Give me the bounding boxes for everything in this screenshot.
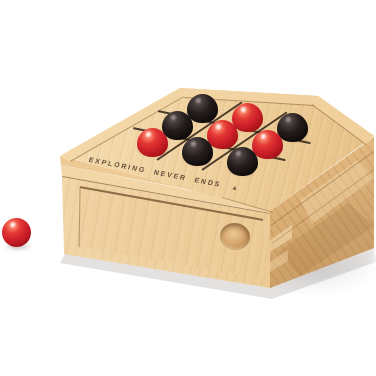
product-photo: EXPLORING NEVER ENDS ▲ [0,0,376,376]
ball-black[interactable] [227,147,258,176]
ball-red[interactable] [137,128,168,157]
ball-black[interactable] [162,111,193,140]
ball-black[interactable] [182,137,213,166]
loose-ball-red[interactable] [2,218,31,247]
ball-black[interactable] [187,94,218,123]
ball-black[interactable] [277,113,308,142]
ball-red[interactable] [252,130,283,159]
mountain-arrow-icon: ▲ [231,183,239,191]
